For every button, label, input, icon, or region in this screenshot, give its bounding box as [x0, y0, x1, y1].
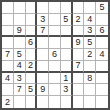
cell-r6c6[interactable]	[61, 61, 73, 73]
cell-r8c1[interactable]	[2, 84, 14, 96]
cell-r1c5[interactable]	[49, 2, 61, 14]
cell-r1c3[interactable]	[26, 2, 38, 14]
cell-r5c3[interactable]	[26, 49, 38, 61]
cell-r8c8[interactable]	[84, 84, 96, 96]
cell-r6c2[interactable]: 4	[14, 61, 26, 73]
cell-r4c8[interactable]: 5	[84, 37, 96, 49]
cell-r7c9[interactable]	[96, 73, 108, 85]
cell-r3c7[interactable]	[73, 26, 85, 38]
cell-r9c3[interactable]	[26, 96, 38, 108]
cell-r9c5[interactable]	[49, 96, 61, 108]
cell-r6c3[interactable]: 2	[26, 61, 38, 73]
cell-r4c7[interactable]: 9	[73, 37, 85, 49]
cell-r8c4[interactable]: 9	[37, 84, 49, 96]
cell-r4c3[interactable]: 6	[26, 37, 38, 49]
cell-r9c6[interactable]	[61, 96, 73, 108]
cell-r7c2[interactable]: 3	[14, 73, 26, 85]
cell-r5c6[interactable]	[61, 49, 73, 61]
cell-r9c4[interactable]	[37, 96, 49, 108]
cell-r7c6[interactable]: 1	[61, 73, 73, 85]
cell-r5c7[interactable]	[73, 49, 85, 61]
cell-r4c5[interactable]	[49, 37, 61, 49]
cell-r8c3[interactable]: 5	[26, 84, 38, 96]
cell-r6c9[interactable]	[96, 61, 108, 73]
cell-r5c9[interactable]: 4	[96, 49, 108, 61]
cell-r2c6[interactable]: 5	[61, 14, 73, 26]
cell-r2c1[interactable]	[2, 14, 14, 26]
cell-r1c8[interactable]	[84, 2, 96, 14]
cell-r1c4[interactable]	[37, 2, 49, 14]
sudoku-board: 53524973669575624427431875932	[0, 0, 110, 110]
cell-r7c4[interactable]	[37, 73, 49, 85]
cell-r6c4[interactable]	[37, 61, 49, 73]
cell-r3c1[interactable]	[2, 26, 14, 38]
cell-r4c1[interactable]	[2, 37, 14, 49]
cell-r3c8[interactable]: 3	[84, 26, 96, 38]
cell-r6c5[interactable]	[49, 61, 61, 73]
cell-r5c8[interactable]: 2	[84, 49, 96, 61]
cell-r8c2[interactable]: 7	[14, 84, 26, 96]
cell-r9c8[interactable]	[84, 96, 96, 108]
cell-r9c2[interactable]	[14, 96, 26, 108]
cell-r9c1[interactable]: 2	[2, 96, 14, 108]
cell-r7c3[interactable]	[26, 73, 38, 85]
cell-r3c6[interactable]	[61, 26, 73, 38]
cell-r4c2[interactable]	[14, 37, 26, 49]
cell-r6c1[interactable]	[2, 61, 14, 73]
cell-r7c8[interactable]: 8	[84, 73, 96, 85]
cell-r3c9[interactable]: 6	[96, 26, 108, 38]
cell-r8c5[interactable]	[49, 84, 61, 96]
cell-r2c5[interactable]	[49, 14, 61, 26]
cell-r2c9[interactable]	[96, 14, 108, 26]
cell-r4c9[interactable]	[96, 37, 108, 49]
cell-r3c5[interactable]	[49, 26, 61, 38]
cell-r8c9[interactable]	[96, 84, 108, 96]
cell-r6c7[interactable]: 7	[73, 61, 85, 73]
cell-r1c1[interactable]	[2, 2, 14, 14]
cell-r7c1[interactable]: 4	[2, 73, 14, 85]
cell-r5c2[interactable]: 5	[14, 49, 26, 61]
cell-r3c3[interactable]	[26, 26, 38, 38]
cell-r3c4[interactable]: 7	[37, 26, 49, 38]
cell-r7c5[interactable]	[49, 73, 61, 85]
cell-r2c4[interactable]: 3	[37, 14, 49, 26]
cell-r4c6[interactable]	[61, 37, 73, 49]
cell-r1c6[interactable]	[61, 2, 73, 14]
cell-r2c7[interactable]: 2	[73, 14, 85, 26]
cell-r9c7[interactable]	[73, 96, 85, 108]
cell-r8c7[interactable]	[73, 84, 85, 96]
cell-r2c2[interactable]	[14, 14, 26, 26]
cell-r8c6[interactable]: 3	[61, 84, 73, 96]
cell-r5c1[interactable]: 7	[2, 49, 14, 61]
cell-r4c4[interactable]	[37, 37, 49, 49]
cell-r1c9[interactable]: 5	[96, 2, 108, 14]
cell-r2c8[interactable]: 4	[84, 14, 96, 26]
cell-r6c8[interactable]	[84, 61, 96, 73]
cell-r7c7[interactable]	[73, 73, 85, 85]
cell-r5c4[interactable]	[37, 49, 49, 61]
cell-r3c2[interactable]: 9	[14, 26, 26, 38]
cell-r1c2[interactable]	[14, 2, 26, 14]
cell-r5c5[interactable]: 6	[49, 49, 61, 61]
cell-r2c3[interactable]	[26, 14, 38, 26]
cell-r9c9[interactable]	[96, 96, 108, 108]
cell-r1c7[interactable]	[73, 2, 85, 14]
